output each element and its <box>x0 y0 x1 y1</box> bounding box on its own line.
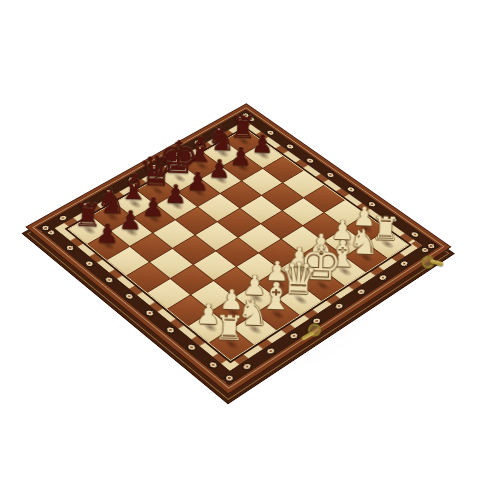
camera-tilt: ♜♟♟♜♞♟♟♞♝♟♟♝♚♟♟♚♛♟♟♛♝♟♟♝♞♟♟♞♜♟♟♜ <box>0 0 480 480</box>
chess-board: ♜♟♟♜♞♟♟♞♝♟♟♝♚♟♟♚♛♟♟♛♝♟♟♝♞♟♟♞♜♟♟♜ <box>25 103 452 394</box>
photo-stage: ♜♟♟♜♞♟♟♞♝♟♟♝♚♟♟♚♛♟♟♛♝♟♟♝♞♟♟♞♜♟♟♜ <box>0 0 480 480</box>
piece-black-pawn[interactable]: ♟ <box>95 220 119 247</box>
perspective-scene: ♜♟♟♜♞♟♟♞♝♟♟♝♚♟♟♚♛♟♟♛♝♟♟♝♞♟♟♞♜♟♟♜ <box>0 0 480 480</box>
piece-white-rook[interactable]: ♜ <box>214 311 246 346</box>
piece-black-pawn[interactable]: ♟ <box>118 207 142 234</box>
